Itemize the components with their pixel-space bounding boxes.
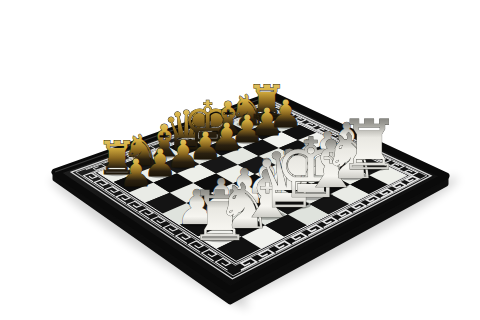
silver-rook: ♜ xyxy=(339,106,400,185)
chess-board-scene: ♜♞♝♛♚♝♞♜♟♟♟♟♟♟♟♟♟♟♟♟♟♟♟♟♜♞♝♛♚♝♞♜ xyxy=(0,0,480,320)
product-photo: Metal chess set in starting position on … xyxy=(0,0,480,320)
